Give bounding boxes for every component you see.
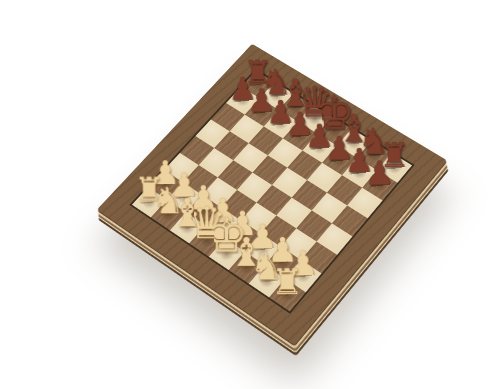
chess-board: ♜♞♝♛♚♝♞♜♟♟♟♟♟♟♟♟♟♟♟♟♟♟♟♟♜♞♝♛♚♝♞♜ xyxy=(97,44,447,345)
piece-dark-pawn-h7[interactable]: ♟ xyxy=(367,133,392,185)
piece-light-rook-h1[interactable]: ♜ xyxy=(274,240,300,294)
chess-set-photo: ♜♞♝♛♚♝♞♜♟♟♟♟♟♟♟♟♟♟♟♟♟♟♟♟♜♞♝♛♚♝♞♜ xyxy=(0,0,500,389)
pieces-layer: ♜♞♝♛♚♝♞♜♟♟♟♟♟♟♟♟♟♟♟♟♟♟♟♟♜♞♝♛♚♝♞♜ xyxy=(132,71,412,312)
